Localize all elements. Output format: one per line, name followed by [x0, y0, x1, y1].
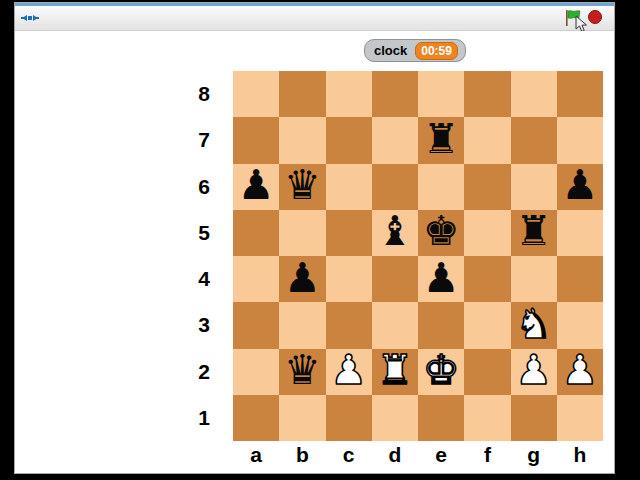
- square-a6[interactable]: ♟: [233, 164, 279, 210]
- square-c7[interactable]: [326, 117, 372, 163]
- square-h7[interactable]: [557, 117, 603, 163]
- square-b3[interactable]: [279, 302, 325, 348]
- square-d6[interactable]: [372, 164, 418, 210]
- square-e5[interactable]: ♚: [418, 210, 464, 256]
- piece-black-pawn[interactable]: ♟: [284, 258, 321, 299]
- piece-white-pawn[interactable]: ♟: [330, 350, 367, 391]
- piece-black-pawn[interactable]: ♟: [561, 165, 598, 206]
- piece-black-queen[interactable]: ♛: [284, 165, 321, 206]
- chess-board: ♜♟♛♟♝♚♜♟♟♞♛♟♜♚♟♟: [233, 71, 603, 441]
- square-a2[interactable]: [233, 349, 279, 395]
- square-a5[interactable]: [233, 210, 279, 256]
- rank-labels: 87654321: [186, 71, 222, 441]
- square-f8[interactable]: [464, 71, 510, 117]
- square-d1[interactable]: [372, 395, 418, 441]
- square-c8[interactable]: [326, 71, 372, 117]
- square-a7[interactable]: [233, 117, 279, 163]
- piece-black-pawn[interactable]: ♟: [238, 165, 275, 206]
- square-g6[interactable]: [511, 164, 557, 210]
- clock-watcher-label: clock: [374, 43, 407, 58]
- square-c5[interactable]: [326, 210, 372, 256]
- piece-black-pawn[interactable]: ♟: [423, 258, 460, 299]
- square-d3[interactable]: [372, 302, 418, 348]
- square-e8[interactable]: [418, 71, 464, 117]
- square-d2[interactable]: ♜: [372, 349, 418, 395]
- square-f6[interactable]: [464, 164, 510, 210]
- piece-white-pawn[interactable]: ♟: [515, 350, 552, 391]
- piece-white-rook[interactable]: ♜: [376, 350, 413, 391]
- square-g3[interactable]: ♞: [511, 302, 557, 348]
- rank-label-1: 1: [186, 395, 222, 441]
- square-c1[interactable]: [326, 395, 372, 441]
- square-h1[interactable]: [557, 395, 603, 441]
- rank-label-3: 3: [186, 302, 222, 348]
- rank-label-6: 6: [186, 164, 222, 210]
- square-f2[interactable]: [464, 349, 510, 395]
- file-label-e: e: [418, 443, 464, 467]
- square-f5[interactable]: [464, 210, 510, 256]
- rank-label-7: 7: [186, 117, 222, 163]
- piece-black-king[interactable]: ♚: [423, 211, 460, 252]
- square-g4[interactable]: [511, 256, 557, 302]
- square-b1[interactable]: [279, 395, 325, 441]
- file-label-b: b: [279, 443, 325, 467]
- square-d4[interactable]: [372, 256, 418, 302]
- square-b8[interactable]: [279, 71, 325, 117]
- rank-label-8: 8: [186, 71, 222, 117]
- square-b7[interactable]: [279, 117, 325, 163]
- clock-watcher-value: 00:59: [415, 42, 458, 60]
- square-a1[interactable]: [233, 395, 279, 441]
- square-e2[interactable]: ♚: [418, 349, 464, 395]
- rank-label-5: 5: [186, 210, 222, 256]
- square-h4[interactable]: [557, 256, 603, 302]
- square-a3[interactable]: [233, 302, 279, 348]
- piece-black-queen[interactable]: ♛: [284, 350, 321, 391]
- square-f4[interactable]: [464, 256, 510, 302]
- piece-black-rook[interactable]: ♜: [423, 119, 460, 160]
- square-g1[interactable]: [511, 395, 557, 441]
- square-d5[interactable]: ♝: [372, 210, 418, 256]
- square-a4[interactable]: [233, 256, 279, 302]
- square-d7[interactable]: [372, 117, 418, 163]
- square-g5[interactable]: ♜: [511, 210, 557, 256]
- square-e4[interactable]: ♟: [418, 256, 464, 302]
- rank-label-4: 4: [186, 256, 222, 302]
- square-e3[interactable]: [418, 302, 464, 348]
- piece-black-bishop[interactable]: ♝: [376, 211, 413, 252]
- square-e6[interactable]: [418, 164, 464, 210]
- green-flag-icon[interactable]: [564, 9, 582, 27]
- square-c3[interactable]: [326, 302, 372, 348]
- file-label-g: g: [511, 443, 557, 467]
- square-g8[interactable]: [511, 71, 557, 117]
- piece-white-pawn[interactable]: ♟: [561, 350, 598, 391]
- square-h3[interactable]: [557, 302, 603, 348]
- square-c6[interactable]: [326, 164, 372, 210]
- square-g7[interactable]: [511, 117, 557, 163]
- file-label-h: h: [557, 443, 603, 467]
- piece-black-rook[interactable]: ♜: [515, 211, 552, 252]
- file-labels: abcdefgh: [233, 443, 603, 467]
- square-b2[interactable]: ♛: [279, 349, 325, 395]
- square-h2[interactable]: ♟: [557, 349, 603, 395]
- piece-white-knight[interactable]: ♞: [515, 304, 552, 345]
- file-label-c: c: [326, 443, 372, 467]
- square-f7[interactable]: [464, 117, 510, 163]
- stop-icon[interactable]: [588, 10, 602, 24]
- file-label-a: a: [233, 443, 279, 467]
- square-a8[interactable]: [233, 71, 279, 117]
- square-e1[interactable]: [418, 395, 464, 441]
- square-b5[interactable]: [279, 210, 325, 256]
- square-h6[interactable]: ♟: [557, 164, 603, 210]
- file-label-d: d: [372, 443, 418, 467]
- square-c4[interactable]: [326, 256, 372, 302]
- square-e7[interactable]: ♜: [418, 117, 464, 163]
- square-d8[interactable]: [372, 71, 418, 117]
- square-h8[interactable]: [557, 71, 603, 117]
- square-g2[interactable]: ♟: [511, 349, 557, 395]
- clock-variable-watcher[interactable]: clock 00:59: [364, 39, 466, 62]
- square-b6[interactable]: ♛: [279, 164, 325, 210]
- square-c2[interactable]: ♟: [326, 349, 372, 395]
- square-f3[interactable]: [464, 302, 510, 348]
- rank-label-2: 2: [186, 349, 222, 395]
- file-label-f: f: [464, 443, 510, 467]
- piece-white-king[interactable]: ♚: [423, 350, 460, 391]
- square-b4[interactable]: ♟: [279, 256, 325, 302]
- exit-fullscreen-icon[interactable]: [21, 9, 39, 27]
- square-f1[interactable]: [464, 395, 510, 441]
- toolbar: [15, 6, 614, 31]
- square-h5[interactable]: [557, 210, 603, 256]
